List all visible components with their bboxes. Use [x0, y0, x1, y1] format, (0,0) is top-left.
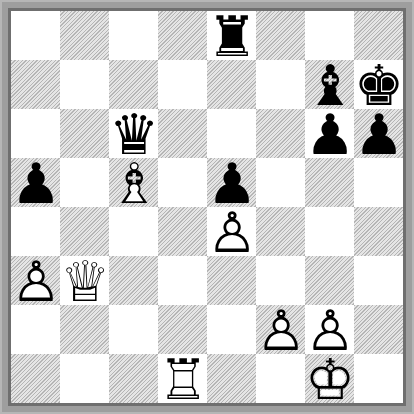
square-e2[interactable] — [207, 305, 256, 354]
square-e3[interactable] — [207, 256, 256, 305]
square-f2[interactable]: ♟♙ — [256, 305, 305, 354]
square-c5[interactable]: ♝♗ — [109, 158, 158, 207]
square-b4[interactable] — [60, 207, 109, 256]
white-king-outline: ♔ — [305, 355, 354, 404]
square-g1[interactable]: ♚♔ — [305, 354, 354, 403]
square-e7[interactable] — [207, 60, 256, 109]
black-king: ♚ — [354, 60, 403, 109]
black-queen: ♛ — [109, 109, 158, 158]
square-a7[interactable] — [11, 60, 60, 109]
square-h5[interactable] — [354, 158, 403, 207]
white-pawn-outline: ♙ — [256, 306, 305, 355]
black-pawn-glyph: ♟ — [11, 159, 60, 208]
square-f6[interactable] — [256, 109, 305, 158]
square-g6[interactable]: ♟ — [305, 109, 354, 158]
square-d2[interactable] — [158, 305, 207, 354]
square-e1[interactable] — [207, 354, 256, 403]
square-e4[interactable]: ♟♙ — [207, 207, 256, 256]
square-d6[interactable] — [158, 109, 207, 158]
square-d1[interactable]: ♜♖ — [158, 354, 207, 403]
white-pawn-fill: ♟ — [11, 257, 60, 306]
white-pawn: ♟♙ — [11, 256, 60, 305]
white-bishop: ♝♗ — [109, 158, 158, 207]
square-d4[interactable] — [158, 207, 207, 256]
white-queen: ♛♕ — [60, 256, 109, 305]
black-pawn: ♟ — [207, 158, 256, 207]
square-b1[interactable] — [60, 354, 109, 403]
square-c8[interactable] — [109, 11, 158, 60]
square-b8[interactable] — [60, 11, 109, 60]
square-d7[interactable] — [158, 60, 207, 109]
square-g4[interactable] — [305, 207, 354, 256]
board-frame-outer: ♜♝♚♛♟♟♟♝♗♟♟♙♟♙♛♕♟♙♟♙♜♖♚♔ — [0, 0, 414, 414]
square-a1[interactable] — [11, 354, 60, 403]
black-pawn-glyph: ♟ — [207, 159, 256, 208]
white-bishop-outline: ♗ — [109, 159, 158, 208]
black-rook-glyph: ♜ — [207, 12, 256, 61]
square-g7[interactable]: ♝ — [305, 60, 354, 109]
square-f3[interactable] — [256, 256, 305, 305]
white-king-fill: ♚ — [305, 355, 354, 404]
square-b2[interactable] — [60, 305, 109, 354]
square-b3[interactable]: ♛♕ — [60, 256, 109, 305]
square-h7[interactable]: ♚ — [354, 60, 403, 109]
black-pawn-glyph: ♟ — [305, 110, 354, 159]
square-g3[interactable] — [305, 256, 354, 305]
square-b6[interactable] — [60, 109, 109, 158]
square-a2[interactable] — [11, 305, 60, 354]
square-g8[interactable] — [305, 11, 354, 60]
square-h4[interactable] — [354, 207, 403, 256]
black-pawn-glyph: ♟ — [354, 110, 403, 159]
square-c4[interactable] — [109, 207, 158, 256]
white-queen-fill: ♛ — [60, 257, 109, 306]
black-pawn: ♟ — [354, 109, 403, 158]
square-b7[interactable] — [60, 60, 109, 109]
black-pawn: ♟ — [11, 158, 60, 207]
white-pawn-fill: ♟ — [256, 306, 305, 355]
square-g2[interactable]: ♟♙ — [305, 305, 354, 354]
white-pawn-outline: ♙ — [305, 306, 354, 355]
square-e5[interactable]: ♟ — [207, 158, 256, 207]
black-pawn: ♟ — [305, 109, 354, 158]
white-rook: ♜♖ — [158, 354, 207, 403]
black-queen-glyph: ♛ — [109, 110, 158, 159]
square-a3[interactable]: ♟♙ — [11, 256, 60, 305]
square-a4[interactable] — [11, 207, 60, 256]
square-c3[interactable] — [109, 256, 158, 305]
black-rook: ♜ — [207, 11, 256, 60]
square-h6[interactable]: ♟ — [354, 109, 403, 158]
white-queen-outline: ♕ — [60, 257, 109, 306]
square-c2[interactable] — [109, 305, 158, 354]
square-f8[interactable] — [256, 11, 305, 60]
white-pawn: ♟♙ — [207, 207, 256, 256]
square-h8[interactable] — [354, 11, 403, 60]
white-rook-fill: ♜ — [158, 355, 207, 404]
white-bishop-fill: ♝ — [109, 159, 158, 208]
white-pawn-fill: ♟ — [305, 306, 354, 355]
square-c6[interactable]: ♛ — [109, 109, 158, 158]
square-a6[interactable] — [11, 109, 60, 158]
square-a8[interactable] — [11, 11, 60, 60]
square-h3[interactable] — [354, 256, 403, 305]
square-f5[interactable] — [256, 158, 305, 207]
white-pawn: ♟♙ — [256, 305, 305, 354]
black-bishop: ♝ — [305, 60, 354, 109]
white-pawn-outline: ♙ — [11, 257, 60, 306]
chess-board: ♜♝♚♛♟♟♟♝♗♟♟♙♟♙♛♕♟♙♟♙♜♖♚♔ — [11, 11, 403, 403]
square-f1[interactable] — [256, 354, 305, 403]
black-king-glyph: ♚ — [354, 61, 403, 110]
square-d3[interactable] — [158, 256, 207, 305]
square-h1[interactable] — [354, 354, 403, 403]
white-king: ♚♔ — [305, 354, 354, 403]
square-d8[interactable] — [158, 11, 207, 60]
white-pawn: ♟♙ — [305, 305, 354, 354]
square-e6[interactable] — [207, 109, 256, 158]
square-f4[interactable] — [256, 207, 305, 256]
square-f7[interactable] — [256, 60, 305, 109]
square-g5[interactable] — [305, 158, 354, 207]
square-h2[interactable] — [354, 305, 403, 354]
board-frame-mid: ♜♝♚♛♟♟♟♝♗♟♟♙♟♙♛♕♟♙♟♙♜♖♚♔ — [2, 2, 412, 412]
square-b5[interactable] — [60, 158, 109, 207]
white-pawn-outline: ♙ — [207, 208, 256, 257]
white-rook-outline: ♖ — [158, 355, 207, 404]
square-e8[interactable]: ♜ — [207, 11, 256, 60]
board-frame-inner-bevel: ♜♝♚♛♟♟♟♝♗♟♟♙♟♙♛♕♟♙♟♙♜♖♚♔ — [8, 8, 406, 406]
black-bishop-glyph: ♝ — [305, 61, 354, 110]
white-pawn-fill: ♟ — [207, 208, 256, 257]
square-d5[interactable] — [158, 158, 207, 207]
square-c1[interactable] — [109, 354, 158, 403]
square-c7[interactable] — [109, 60, 158, 109]
square-a5[interactable]: ♟ — [11, 158, 60, 207]
